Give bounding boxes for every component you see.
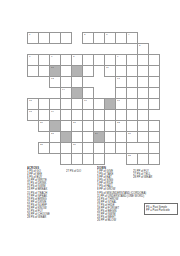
cell-number: 27 bbox=[128, 132, 131, 135]
cell-number: 6 bbox=[29, 55, 30, 58]
legend-box: PS = Past Simple PP = Past Participle bbox=[144, 203, 178, 215]
cell-number: 21 bbox=[73, 121, 76, 124]
cell-number: 13 bbox=[117, 77, 120, 80]
cell-number: 20 bbox=[40, 121, 43, 124]
cell-number: 2 bbox=[84, 33, 85, 36]
clue-item: 28 PP of WEAR bbox=[133, 175, 152, 178]
across-clues-extra: 27 PS of DO bbox=[66, 169, 81, 172]
cell-number: 11 bbox=[106, 66, 109, 69]
across-clue-list: ACROSS 1 PS of GO4 PP of SEE6 PS of BUY1… bbox=[27, 166, 50, 219]
grid-cell bbox=[60, 32, 72, 44]
down-clues-extra: 25 PP of FLY27 PS of TELL28 PP of WEAR bbox=[133, 169, 152, 178]
across-clue-list-extra: 27 PS of DO bbox=[66, 169, 81, 172]
grid-cell bbox=[93, 153, 105, 165]
cell-number: 3 bbox=[106, 33, 107, 36]
down-clue-list-extra: 25 PP of FLY27 PS of TELL28 PP of WEAR bbox=[133, 169, 152, 178]
cell-number: 19 bbox=[51, 110, 54, 113]
cell-number: 22 bbox=[117, 121, 120, 124]
cell-number: 4 bbox=[128, 33, 129, 36]
cell-number: 28 bbox=[128, 154, 131, 157]
grid-cell bbox=[148, 98, 160, 110]
cell-number: 5 bbox=[139, 44, 140, 47]
crossword-worksheet: 1234567891011121314151617181920212223242… bbox=[0, 0, 180, 256]
cell-number: 18 bbox=[29, 110, 32, 113]
cell-number: 12 bbox=[51, 77, 54, 80]
cell-number: 24 bbox=[95, 132, 98, 135]
cell-number: 9 bbox=[117, 55, 118, 58]
across-clues: 1 PS of GO4 PP of SEE6 PS of BUY10 PP of… bbox=[27, 169, 50, 219]
grid-cell bbox=[148, 153, 160, 165]
cell-number: 25 bbox=[40, 143, 43, 146]
cell-number: 26 bbox=[73, 143, 76, 146]
cell-number: 14 bbox=[62, 88, 65, 91]
clue-item: 26 PP of BLOW bbox=[97, 219, 146, 222]
cell-number: 10 bbox=[51, 66, 54, 69]
cell-number: 15 bbox=[29, 99, 32, 102]
cell-number: 8 bbox=[73, 55, 74, 58]
crossword-grid: 1234567891011121314151617181920212223242… bbox=[27, 32, 160, 165]
cell-number: 16 bbox=[84, 99, 87, 102]
cell-number: 17 bbox=[117, 99, 120, 102]
legend-line-2: PP = Past Participle bbox=[146, 208, 170, 211]
clue-item: 27 PS of DO bbox=[66, 169, 81, 172]
clue-item: 28 PS of WEAR bbox=[27, 216, 50, 219]
cell-number: 7 bbox=[51, 55, 52, 58]
cell-number: 1 bbox=[29, 33, 30, 36]
grid-cell bbox=[82, 65, 94, 77]
cell-number: 23 bbox=[51, 132, 54, 135]
